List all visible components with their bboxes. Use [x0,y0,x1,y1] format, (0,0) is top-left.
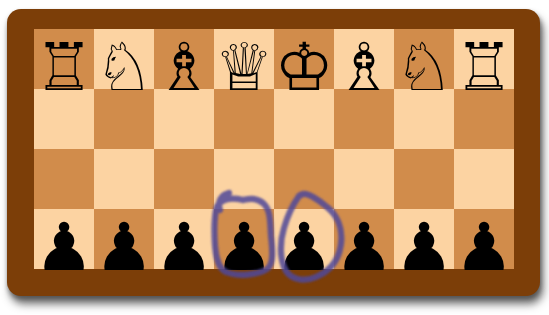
piece-outline-bishop[interactable]: ♗ [334,35,393,101]
square-f6[interactable] [334,149,394,209]
piece-outline-queen[interactable]: ♕ [214,35,273,101]
square-a6[interactable] [34,149,94,209]
square-a5[interactable]: ♟ [34,209,94,269]
square-b8[interactable]: ♘ [94,29,154,89]
piece-black-pawn[interactable]: ♟ [454,215,513,281]
square-d6[interactable] [214,149,274,209]
piece-outline-rook[interactable]: ♖ [34,35,93,101]
square-c5[interactable]: ♟ [154,209,214,269]
square-g5[interactable]: ♟ [394,209,454,269]
square-a8[interactable]: ♖ [34,29,94,89]
piece-outline-knight[interactable]: ♘ [94,35,153,101]
square-b5[interactable]: ♟ [94,209,154,269]
square-e8[interactable]: ♔ [274,29,334,89]
square-e5[interactable]: ♟ [274,209,334,269]
square-g6[interactable] [394,149,454,209]
piece-black-pawn[interactable]: ♟ [34,215,93,281]
square-c8[interactable]: ♗ [154,29,214,89]
square-h6[interactable] [454,149,514,209]
square-e6[interactable] [274,149,334,209]
chess-board-frame: ♖♘♗♕♔♗♘♖♟♟♟♟♟♟♟♟ [7,9,540,296]
square-f8[interactable]: ♗ [334,29,394,89]
piece-black-pawn[interactable]: ♟ [94,215,153,281]
piece-outline-rook[interactable]: ♖ [454,35,513,101]
piece-outline-king[interactable]: ♔ [274,35,333,101]
piece-black-pawn[interactable]: ♟ [394,215,453,281]
piece-black-pawn[interactable]: ♟ [274,215,333,281]
square-d5[interactable]: ♟ [214,209,274,269]
piece-black-pawn[interactable]: ♟ [154,215,213,281]
square-d8[interactable]: ♕ [214,29,274,89]
square-h5[interactable]: ♟ [454,209,514,269]
piece-black-pawn[interactable]: ♟ [334,215,393,281]
square-c6[interactable] [154,149,214,209]
chess-board: ♖♘♗♕♔♗♘♖♟♟♟♟♟♟♟♟ [34,29,514,269]
piece-outline-knight[interactable]: ♘ [394,35,453,101]
piece-black-pawn[interactable]: ♟ [214,215,273,281]
square-f5[interactable]: ♟ [334,209,394,269]
screenshot-stage: ♖♘♗♕♔♗♘♖♟♟♟♟♟♟♟♟ [0,0,549,315]
square-g8[interactable]: ♘ [394,29,454,89]
square-h8[interactable]: ♖ [454,29,514,89]
piece-outline-bishop[interactable]: ♗ [154,35,213,101]
square-b6[interactable] [94,149,154,209]
